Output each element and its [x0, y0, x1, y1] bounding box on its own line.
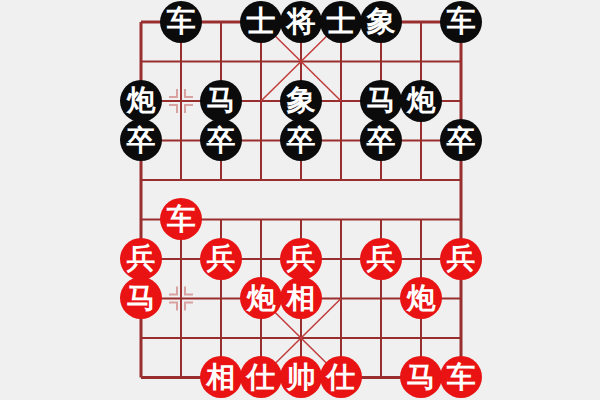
piece-red-soldier[interactable]: 兵: [120, 238, 162, 280]
piece-black-advisor[interactable]: 士: [320, 1, 362, 43]
piece-black-cannon[interactable]: 炮: [400, 80, 442, 122]
xiangqi-board: 车士将士象车炮马象马炮卒卒卒卒卒车兵兵兵兵兵马炮相炮相仕帅仕马车: [0, 0, 600, 400]
piece-black-cannon[interactable]: 炮: [120, 80, 162, 122]
piece-red-advisor[interactable]: 仕: [320, 356, 362, 398]
piece-black-horse[interactable]: 马: [360, 80, 402, 122]
pieces-layer: 车士将士象车炮马象马炮卒卒卒卒卒车兵兵兵兵兵马炮相炮相仕帅仕马车: [121, 2, 481, 397]
piece-red-general[interactable]: 帅: [280, 356, 322, 398]
piece-black-advisor[interactable]: 士: [240, 1, 282, 43]
piece-red-soldier[interactable]: 兵: [440, 238, 482, 280]
piece-black-soldier[interactable]: 卒: [200, 119, 242, 161]
piece-red-cannon[interactable]: 炮: [400, 277, 442, 319]
piece-red-horse[interactable]: 马: [400, 356, 442, 398]
piece-black-general[interactable]: 将: [280, 1, 322, 43]
piece-black-chariot[interactable]: 车: [440, 1, 482, 43]
piece-black-elephant[interactable]: 象: [360, 1, 402, 43]
piece-red-chariot[interactable]: 车: [160, 198, 202, 240]
piece-red-elephant[interactable]: 相: [200, 356, 242, 398]
piece-black-horse[interactable]: 马: [200, 80, 242, 122]
piece-red-chariot[interactable]: 车: [440, 356, 482, 398]
piece-black-chariot[interactable]: 车: [160, 1, 202, 43]
piece-red-elephant[interactable]: 相: [280, 277, 322, 319]
piece-red-soldier[interactable]: 兵: [200, 238, 242, 280]
piece-red-horse[interactable]: 马: [120, 277, 162, 319]
piece-black-soldier[interactable]: 卒: [120, 119, 162, 161]
piece-black-soldier[interactable]: 卒: [360, 119, 402, 161]
piece-red-cannon[interactable]: 炮: [240, 277, 282, 319]
piece-black-soldier[interactable]: 卒: [440, 119, 482, 161]
piece-red-advisor[interactable]: 仕: [240, 356, 282, 398]
piece-red-soldier[interactable]: 兵: [360, 238, 402, 280]
piece-black-soldier[interactable]: 卒: [280, 119, 322, 161]
piece-red-soldier[interactable]: 兵: [280, 238, 322, 280]
xiangqi-app-screen: 车士将士象车炮马象马炮卒卒卒卒卒车兵兵兵兵兵马炮相炮相仕帅仕马车: [0, 0, 600, 400]
piece-black-elephant[interactable]: 象: [280, 80, 322, 122]
